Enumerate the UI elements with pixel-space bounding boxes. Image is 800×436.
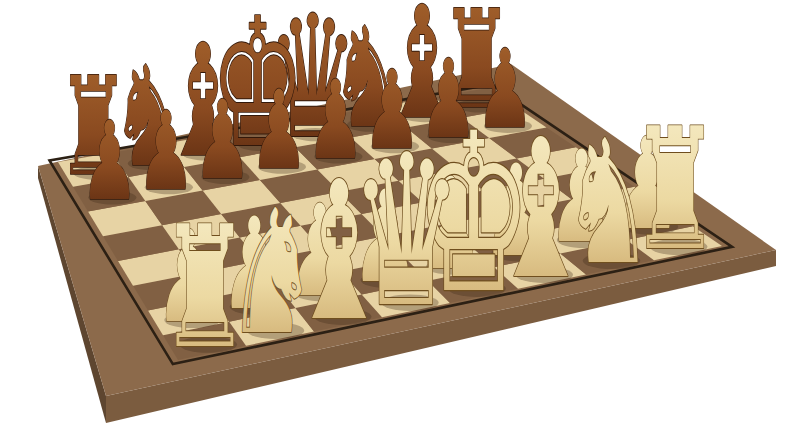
- white-rook-a1: ♜: [160, 190, 250, 386]
- black-pawn-a7: ♟: [80, 98, 139, 224]
- chess-set-product-photo: ♜♝♞♟♛♟♚♟♝♟♞♟♜♟♟♟♟♟♜♟♞♟♝♟♚♟♛♟♝♟♞♜: [0, 0, 800, 436]
- chess-board: ♜♝♞♟♛♟♚♟♝♟♞♟♜♟♟♟♟♟♜♟♞♟♝♟♚♟♛♟♝♟♞♜: [0, 0, 800, 436]
